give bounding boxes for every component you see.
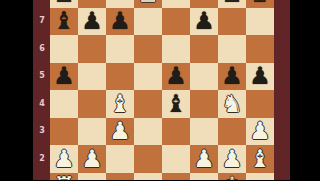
square-c6[interactable] [106,35,134,63]
square-a4[interactable] [50,90,78,118]
white-rook: ♜ [137,0,159,6]
black-bishop: ♝ [165,92,187,116]
square-f6[interactable] [190,35,218,63]
chess-screenshot: ♜♜♜♚♝♟♟♟♟♟♟♟♝♝♞♟♟♟♟♟♟♝♜♚ 87654321 [0,0,320,180]
square-h1[interactable] [246,173,274,181]
square-e7[interactable] [162,8,190,36]
square-g2[interactable]: ♟ [218,145,246,173]
square-f1[interactable] [190,173,218,181]
black-pawn: ♟ [81,9,103,33]
square-e6[interactable] [162,35,190,63]
square-h8[interactable]: ♚ [246,0,274,8]
square-h5[interactable]: ♟ [246,63,274,91]
square-h2[interactable]: ♝ [246,145,274,173]
white-pawn: ♟ [249,119,271,143]
square-d5[interactable] [134,63,162,91]
square-d1[interactable] [134,173,162,181]
square-e1[interactable] [162,173,190,181]
square-f2[interactable]: ♟ [190,145,218,173]
square-g4[interactable]: ♞ [218,90,246,118]
black-pawn: ♟ [165,64,187,88]
black-pawn: ♟ [221,64,243,88]
square-c2[interactable] [106,145,134,173]
square-g6[interactable] [218,35,246,63]
rank-label-4: 4 [36,99,48,109]
square-c4[interactable]: ♝ [106,90,134,118]
chess-board: ♜♜♜♚♝♟♟♟♟♟♟♟♝♝♞♟♟♟♟♟♟♝♜♚ [50,0,274,180]
square-h4[interactable] [246,90,274,118]
square-g5[interactable]: ♟ [218,63,246,91]
black-bishop: ♝ [53,9,75,33]
white-king: ♚ [221,174,243,180]
white-bishop: ♝ [109,92,131,116]
square-b2[interactable]: ♟ [78,145,106,173]
square-g7[interactable] [218,8,246,36]
square-b1[interactable] [78,173,106,181]
square-h6[interactable] [246,35,274,63]
white-pawn: ♟ [193,147,215,171]
square-g1[interactable]: ♚ [218,173,246,181]
square-b7[interactable]: ♟ [78,8,106,36]
square-h7[interactable] [246,8,274,36]
rank-label-5: 5 [36,71,48,81]
square-f3[interactable] [190,118,218,146]
square-e3[interactable] [162,118,190,146]
square-f5[interactable] [190,63,218,91]
square-d6[interactable] [134,35,162,63]
square-b5[interactable] [78,63,106,91]
square-b4[interactable] [78,90,106,118]
white-pawn: ♟ [221,147,243,171]
square-a3[interactable] [50,118,78,146]
white-bishop: ♝ [249,147,271,171]
white-rook: ♜ [53,174,75,180]
square-a5[interactable]: ♟ [50,63,78,91]
square-h3[interactable]: ♟ [246,118,274,146]
square-f4[interactable] [190,90,218,118]
square-g8[interactable]: ♜ [218,0,246,8]
square-a1[interactable]: ♜ [50,173,78,181]
black-rook: ♜ [53,0,75,6]
rank-label-7: 7 [36,16,48,26]
square-c5[interactable] [106,63,134,91]
square-e2[interactable] [162,145,190,173]
square-a2[interactable]: ♟ [50,145,78,173]
square-e8[interactable] [162,0,190,8]
black-pawn: ♟ [53,64,75,88]
square-b3[interactable] [78,118,106,146]
rank-label-2: 2 [36,154,48,164]
square-a6[interactable] [50,35,78,63]
white-pawn: ♟ [81,147,103,171]
rank-label-6: 6 [36,44,48,54]
white-pawn: ♟ [53,147,75,171]
white-knight: ♞ [221,92,243,116]
square-d4[interactable] [134,90,162,118]
square-e5[interactable]: ♟ [162,63,190,91]
rank-label-3: 3 [36,126,48,136]
square-c1[interactable] [106,173,134,181]
black-pawn: ♟ [193,9,215,33]
black-king: ♚ [249,0,271,6]
square-g3[interactable] [218,118,246,146]
black-pawn: ♟ [249,64,271,88]
black-pawn: ♟ [109,9,131,33]
square-e4[interactable]: ♝ [162,90,190,118]
square-d8[interactable]: ♜ [134,0,162,8]
square-f7[interactable]: ♟ [190,8,218,36]
black-rook: ♜ [221,0,243,6]
square-c7[interactable]: ♟ [106,8,134,36]
square-a7[interactable]: ♝ [50,8,78,36]
square-d3[interactable] [134,118,162,146]
square-d2[interactable] [134,145,162,173]
square-d7[interactable] [134,8,162,36]
square-b6[interactable] [78,35,106,63]
white-pawn: ♟ [109,119,131,143]
square-c3[interactable]: ♟ [106,118,134,146]
